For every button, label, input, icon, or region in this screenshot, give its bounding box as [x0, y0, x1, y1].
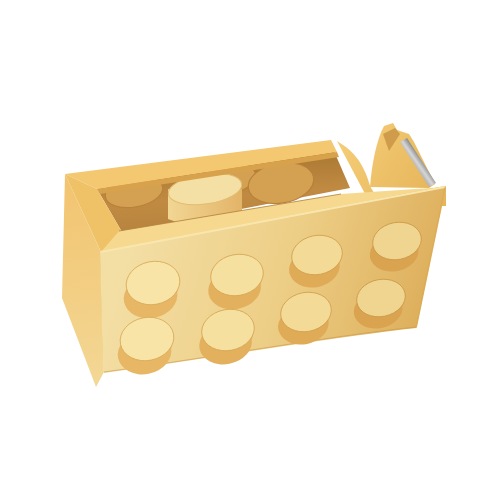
product-photo — [0, 0, 500, 500]
tape-dispenser — [62, 123, 446, 387]
photo-canvas — [0, 0, 500, 500]
